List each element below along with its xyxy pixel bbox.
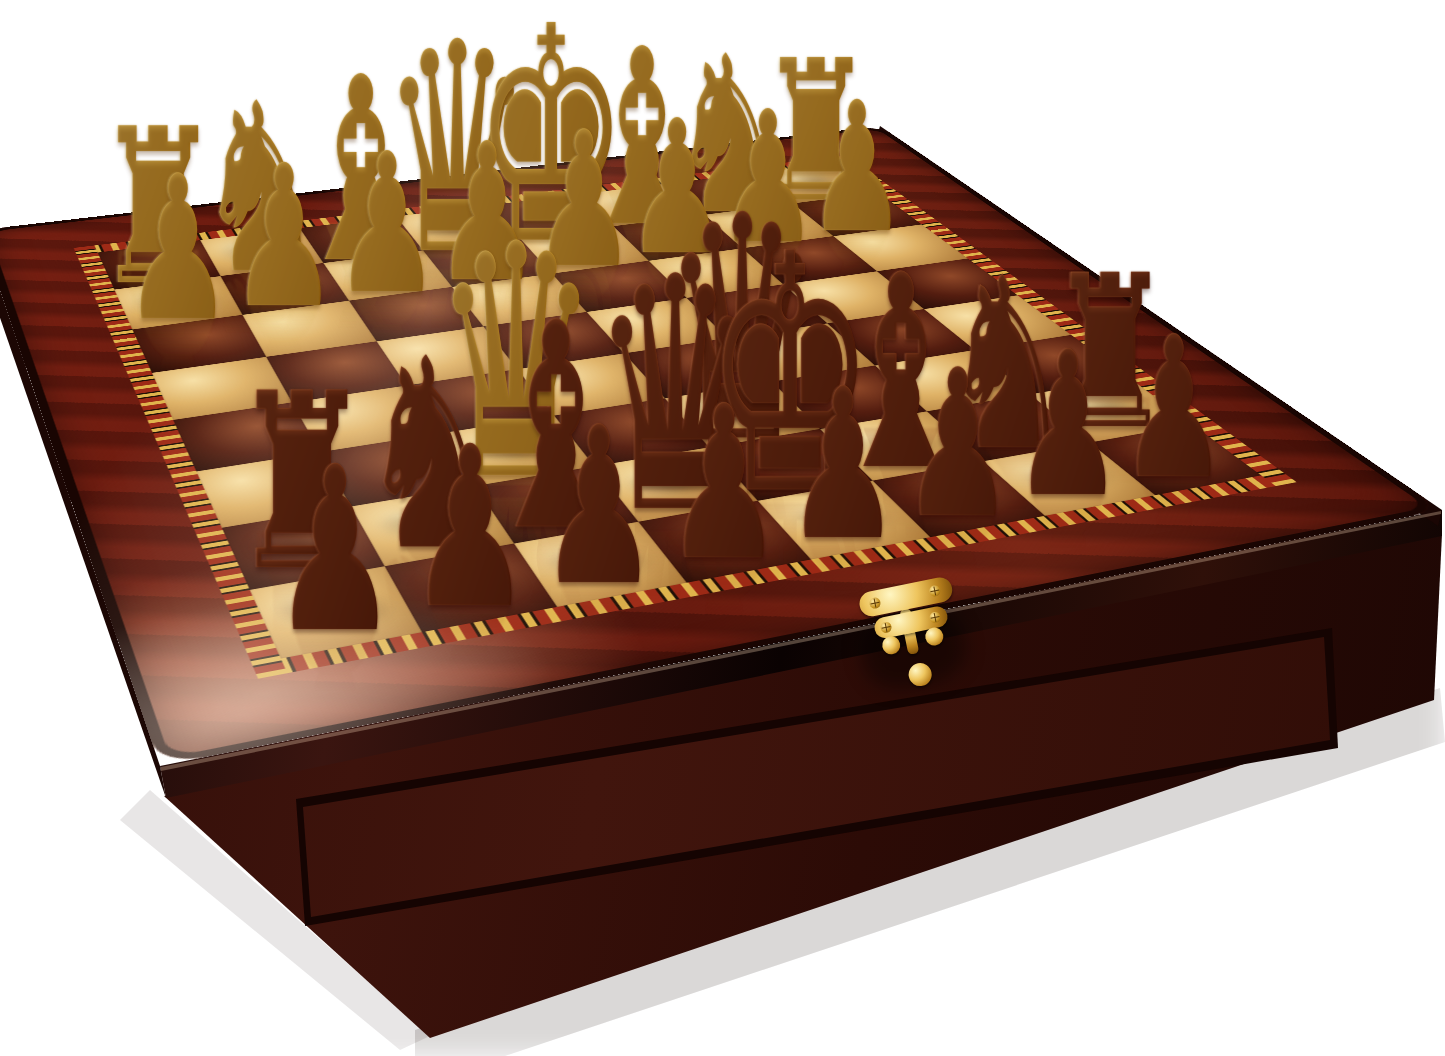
red-pawn[interactable]: ♟ [1120,310,1229,506]
yellow-pawn[interactable]: ♟ [122,150,233,350]
red-pawn[interactable]: ♟ [271,437,398,665]
red-pawn[interactable]: ♟ [664,379,782,592]
red-pawn[interactable]: ♟ [408,417,532,639]
red-pawn[interactable]: ♟ [1013,326,1124,526]
red-pawn[interactable]: ♟ [901,343,1014,547]
yellow-pawn[interactable]: ♟ [333,128,440,321]
red-pawn[interactable]: ♟ [539,397,660,614]
yellow-pawn[interactable]: ♟ [229,139,338,335]
chess-set-scene: ♜♜♞♞♝♝♛♛♚♚♝♝♞♞♜♜♟♟♟♟♟♟♟♟♟♟♟♟♟♟♟♟♛♛♛♛♜♜♞♞… [0,0,1445,1056]
red-pawn[interactable]: ♟ [785,360,901,568]
